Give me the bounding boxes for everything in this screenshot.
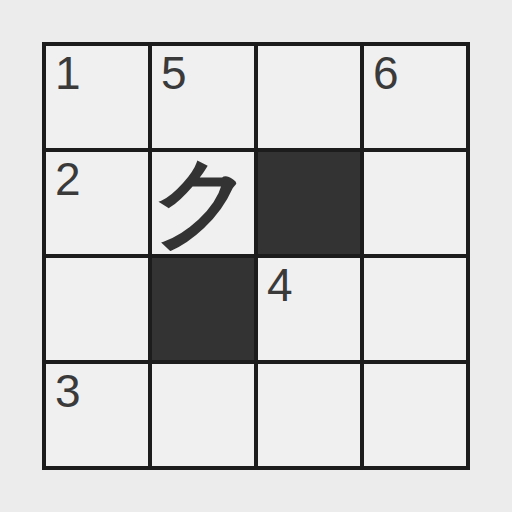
cell-letter [46,364,148,466]
cell-letter [364,258,466,360]
cell-r1c2-block [258,152,360,254]
cell-r0c3[interactable]: 6 [364,46,466,148]
cell-letter [46,46,148,148]
cell-r3c1[interactable] [152,364,254,466]
cell-r0c2[interactable] [258,46,360,148]
cell-letter: ク [152,152,254,254]
cell-letter [258,152,360,254]
cell-r1c1[interactable]: ク [152,152,254,254]
cell-r3c2[interactable] [258,364,360,466]
cell-letter [364,46,466,148]
cell-r2c1-block [152,258,254,360]
cell-r2c0[interactable] [46,258,148,360]
cell-r0c0[interactable]: 1 [46,46,148,148]
cell-r3c3[interactable] [364,364,466,466]
cell-letter [258,364,360,466]
cell-letter [364,364,466,466]
cell-letter [258,258,360,360]
cell-r1c3[interactable] [364,152,466,254]
cell-r1c0[interactable]: 2 [46,152,148,254]
cell-letter [152,258,254,360]
crossword-board: 1 5 6 2 ク 4 [42,42,470,470]
cell-letter [364,152,466,254]
cell-letter [152,46,254,148]
cell-letter [46,258,148,360]
cell-letter [46,152,148,254]
cell-r3c0[interactable]: 3 [46,364,148,466]
cell-r0c1[interactable]: 5 [152,46,254,148]
cell-letter [258,46,360,148]
cell-r2c3[interactable] [364,258,466,360]
cell-r2c2[interactable]: 4 [258,258,360,360]
cell-letter [152,364,254,466]
